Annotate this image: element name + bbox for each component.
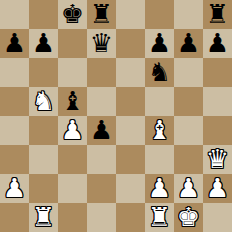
square-d2[interactable] <box>87 174 116 203</box>
piece-white-bishop[interactable]: ♝ <box>145 116 174 145</box>
square-e1[interactable] <box>116 203 145 232</box>
square-g3[interactable] <box>174 145 203 174</box>
square-d7[interactable]: ♛ <box>87 29 116 58</box>
piece-white-pawn[interactable]: ♟ <box>203 174 232 203</box>
square-b3[interactable] <box>29 145 58 174</box>
square-h4[interactable] <box>203 116 232 145</box>
square-b1[interactable]: ♜ <box>29 203 58 232</box>
square-g7[interactable]: ♟ <box>174 29 203 58</box>
square-g1[interactable]: ♚ <box>174 203 203 232</box>
square-c7[interactable] <box>58 29 87 58</box>
square-f8[interactable] <box>145 0 174 29</box>
square-f4[interactable]: ♝ <box>145 116 174 145</box>
piece-white-pawn[interactable]: ♟ <box>58 116 87 145</box>
piece-black-bishop[interactable]: ♝ <box>58 87 87 116</box>
square-e2[interactable] <box>116 174 145 203</box>
square-e4[interactable] <box>116 116 145 145</box>
square-d1[interactable] <box>87 203 116 232</box>
square-a1[interactable] <box>0 203 29 232</box>
piece-black-rook[interactable]: ♜ <box>203 0 232 29</box>
piece-white-pawn[interactable]: ♟ <box>0 174 29 203</box>
square-f3[interactable] <box>145 145 174 174</box>
square-f1[interactable]: ♜ <box>145 203 174 232</box>
square-b6[interactable] <box>29 58 58 87</box>
square-d4[interactable]: ♟ <box>87 116 116 145</box>
piece-black-pawn[interactable]: ♟ <box>87 116 116 145</box>
square-c3[interactable] <box>58 145 87 174</box>
piece-white-knight[interactable]: ♞ <box>29 87 58 116</box>
piece-black-pawn[interactable]: ♟ <box>145 29 174 58</box>
piece-black-pawn[interactable]: ♟ <box>203 29 232 58</box>
square-c8[interactable]: ♚ <box>58 0 87 29</box>
square-f7[interactable]: ♟ <box>145 29 174 58</box>
square-g2[interactable]: ♟ <box>174 174 203 203</box>
square-e8[interactable] <box>116 0 145 29</box>
square-c4[interactable]: ♟ <box>58 116 87 145</box>
square-a5[interactable] <box>0 87 29 116</box>
piece-white-queen[interactable]: ♛ <box>203 145 232 174</box>
piece-black-knight[interactable]: ♞ <box>145 58 174 87</box>
square-h5[interactable] <box>203 87 232 116</box>
square-d8[interactable]: ♜ <box>87 0 116 29</box>
square-a3[interactable] <box>0 145 29 174</box>
square-a6[interactable] <box>0 58 29 87</box>
piece-black-pawn[interactable]: ♟ <box>0 29 29 58</box>
piece-black-pawn[interactable]: ♟ <box>174 29 203 58</box>
square-f5[interactable] <box>145 87 174 116</box>
square-c5[interactable]: ♝ <box>58 87 87 116</box>
piece-white-rook[interactable]: ♜ <box>145 203 174 232</box>
chess-board: ♚♜♜♟♟♛♟♟♟♞♞♝♟♟♝♛♟♟♟♟♜♜♚ <box>0 0 232 232</box>
square-c6[interactable] <box>58 58 87 87</box>
square-d5[interactable] <box>87 87 116 116</box>
square-a8[interactable] <box>0 0 29 29</box>
square-h7[interactable]: ♟ <box>203 29 232 58</box>
piece-black-rook[interactable]: ♜ <box>87 0 116 29</box>
square-g8[interactable] <box>174 0 203 29</box>
piece-white-rook[interactable]: ♜ <box>29 203 58 232</box>
square-b2[interactable] <box>29 174 58 203</box>
square-a4[interactable] <box>0 116 29 145</box>
square-g4[interactable] <box>174 116 203 145</box>
square-h1[interactable] <box>203 203 232 232</box>
square-d3[interactable] <box>87 145 116 174</box>
square-b7[interactable]: ♟ <box>29 29 58 58</box>
square-e5[interactable] <box>116 87 145 116</box>
square-g6[interactable] <box>174 58 203 87</box>
square-h3[interactable]: ♛ <box>203 145 232 174</box>
square-g5[interactable] <box>174 87 203 116</box>
square-d6[interactable] <box>87 58 116 87</box>
square-b8[interactable] <box>29 0 58 29</box>
square-b4[interactable] <box>29 116 58 145</box>
square-e6[interactable] <box>116 58 145 87</box>
square-e3[interactable] <box>116 145 145 174</box>
square-b5[interactable]: ♞ <box>29 87 58 116</box>
square-h2[interactable]: ♟ <box>203 174 232 203</box>
square-a2[interactable]: ♟ <box>0 174 29 203</box>
square-c1[interactable] <box>58 203 87 232</box>
piece-white-king[interactable]: ♚ <box>174 203 203 232</box>
piece-white-pawn[interactable]: ♟ <box>145 174 174 203</box>
piece-black-queen[interactable]: ♛ <box>87 29 116 58</box>
square-h6[interactable] <box>203 58 232 87</box>
piece-white-pawn[interactable]: ♟ <box>174 174 203 203</box>
square-f6[interactable]: ♞ <box>145 58 174 87</box>
piece-black-pawn[interactable]: ♟ <box>29 29 58 58</box>
square-h8[interactable]: ♜ <box>203 0 232 29</box>
square-a7[interactable]: ♟ <box>0 29 29 58</box>
square-f2[interactable]: ♟ <box>145 174 174 203</box>
piece-black-king[interactable]: ♚ <box>58 0 87 29</box>
square-c2[interactable] <box>58 174 87 203</box>
square-e7[interactable] <box>116 29 145 58</box>
